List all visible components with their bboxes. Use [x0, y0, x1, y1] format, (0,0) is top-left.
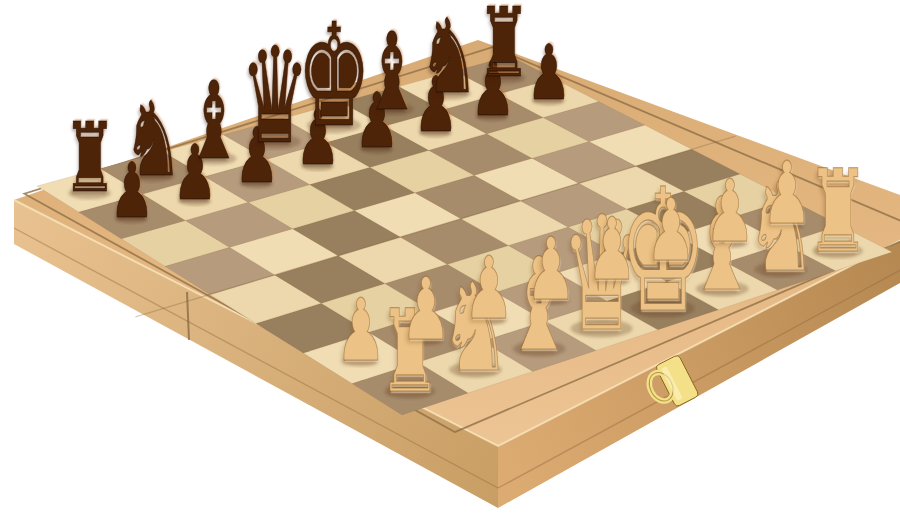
white-pawn[interactable]: ♟ — [464, 246, 515, 332]
black-knight[interactable]: ♞ — [122, 88, 183, 191]
black-bishop[interactable]: ♝ — [363, 18, 421, 126]
white-pawn[interactable]: ♟ — [335, 287, 386, 373]
white-pawn[interactable]: ♟ — [400, 266, 451, 352]
white-rook[interactable]: ♜ — [806, 154, 869, 268]
black-rook[interactable]: ♜ — [478, 0, 531, 92]
chess-set-photo: ♜♞♝♛♚♝♞♜♟♟♟♟♟♟♟♟♟♟♟♟♟♟♟♟♜♞♝♛♚♝♞♜ — [0, 0, 900, 523]
white-pawn[interactable]: ♟ — [586, 207, 637, 293]
white-pawn[interactable]: ♟ — [526, 226, 577, 312]
white-pawn[interactable]: ♟ — [761, 151, 812, 237]
black-knight[interactable]: ♞ — [418, 6, 479, 109]
white-pawn[interactable]: ♟ — [704, 169, 755, 255]
black-pawn[interactable]: ♟ — [526, 36, 571, 112]
black-rook[interactable]: ♜ — [63, 112, 116, 208]
white-pawn[interactable]: ♟ — [646, 188, 697, 274]
black-king[interactable]: ♚ — [297, 5, 371, 148]
black-bishop[interactable]: ♝ — [185, 67, 243, 175]
